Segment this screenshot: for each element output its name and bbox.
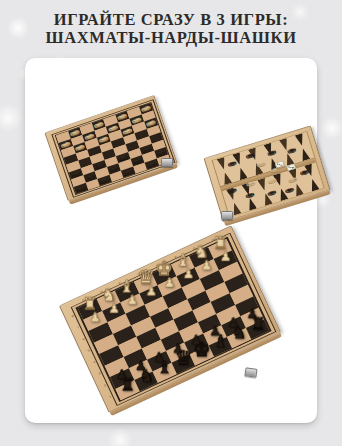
board-coordinate-label: 5: [87, 349, 91, 353]
chess-piece-black: ♞: [139, 368, 154, 385]
chess-piece-white: ♟: [145, 284, 157, 297]
headline-line2: ШАХМАТЫ-НАРДЫ-ШАШКИ: [0, 29, 342, 47]
checkers-man-dark: ⛂: [146, 159, 158, 169]
chess-clasp-latch: [244, 367, 257, 378]
chess-piece-white: ♟: [182, 267, 194, 280]
chess-board-photo: ABCDEFGH ABCDEFGH 87654321 87654321 ♜♞♝♛…: [41, 196, 301, 408]
checkers-clasp-latch: [161, 158, 173, 167]
backgammon-point: [295, 133, 306, 147]
chess-piece-white: ♟: [127, 293, 139, 306]
checkers-board-photo: ⛂⛂⛂⛂⛂⛂⛂⛂⛂⛂⛂⛂⛂⛂⛂⛂⛂⛂⛂⛂⛂⛂⛂⛂: [29, 82, 189, 212]
backgammon-point: [217, 157, 228, 171]
checkers-man-dark: ⛂: [122, 167, 134, 177]
checkers-man-dark: ⛂: [98, 175, 110, 185]
board-coordinate-label: 7: [76, 326, 80, 330]
chess-piece-white: ♟: [108, 302, 120, 315]
backgammon-point: [293, 183, 304, 197]
board-coordinate-label: 3: [98, 372, 102, 376]
headline-line1: ИГРАЙТЕ СРАЗУ В 3 ИГРЫ:: [0, 11, 342, 29]
chess-piece-white: ♟: [89, 310, 101, 323]
checkers-frame: ⛂⛂⛂⛂⛂⛂⛂⛂⛂⛂⛂⛂⛂⛂⛂⛂⛂⛂⛂⛂⛂⛂⛂⛂: [44, 95, 177, 201]
chess-piece-black: ♚: [193, 339, 211, 359]
checkers-board: ⛂⛂⛂⛂⛂⛂⛂⛂⛂⛂⛂⛂⛂⛂⛂⛂⛂⛂⛂⛂⛂⛂⛂⛂: [44, 95, 177, 201]
product-card: ⛂⛂⛂⛂⛂⛂⛂⛂⛂⛂⛂⛂⛂⛂⛂⛂⛂⛂⛂⛂⛂⛂⛂⛂ ⛂⛂⛂⛂⛂⛂⛂⛂⛂⛂⛂⛂: [25, 58, 317, 423]
headline: ИГРАЙТЕ СРАЗУ В 3 ИГРЫ: ШАХМАТЫ-НАРДЫ-ША…: [0, 11, 342, 47]
chess-piece-white: ♟: [164, 276, 176, 289]
product-image: { "game": "3-in-1 wooden game set: chess…: [0, 0, 342, 446]
chess-piece-white: ♟: [201, 258, 213, 271]
chess-piece-black: ♜: [120, 376, 135, 393]
chess-piece-black: ♞: [231, 324, 246, 341]
board-coordinate-label: 4: [92, 360, 96, 364]
chess-piece-black: ♛: [174, 348, 192, 368]
chess-piece-black: ♜: [250, 316, 265, 333]
checkers-man-dark: ⛂: [75, 183, 87, 193]
chess-piece-black: ♝: [213, 333, 228, 350]
backgammon-point: [308, 178, 319, 192]
checkers-grid: ⛂⛂⛂⛂⛂⛂⛂⛂⛂⛂⛂⛂⛂⛂⛂⛂⛂⛂⛂⛂⛂⛂⛂⛂: [55, 102, 172, 195]
chess-frame: ABCDEFGH ABCDEFGH 87654321 87654321 ♜♞♝♛…: [59, 225, 281, 412]
backgammon-clasp-latch: [221, 211, 233, 220]
board-coordinate-label: 8: [71, 314, 75, 318]
chess-piece-black: ♝: [157, 359, 172, 376]
board-coordinate-label: 6: [82, 337, 86, 341]
chess-board: ABCDEFGH ABCDEFGH 87654321 87654321 ♜♞♝♛…: [59, 225, 281, 412]
board-coordinate-label: 1: [108, 395, 112, 399]
chess-piece-white: ♟: [220, 250, 232, 263]
board-coordinate-label: 2: [103, 383, 107, 387]
